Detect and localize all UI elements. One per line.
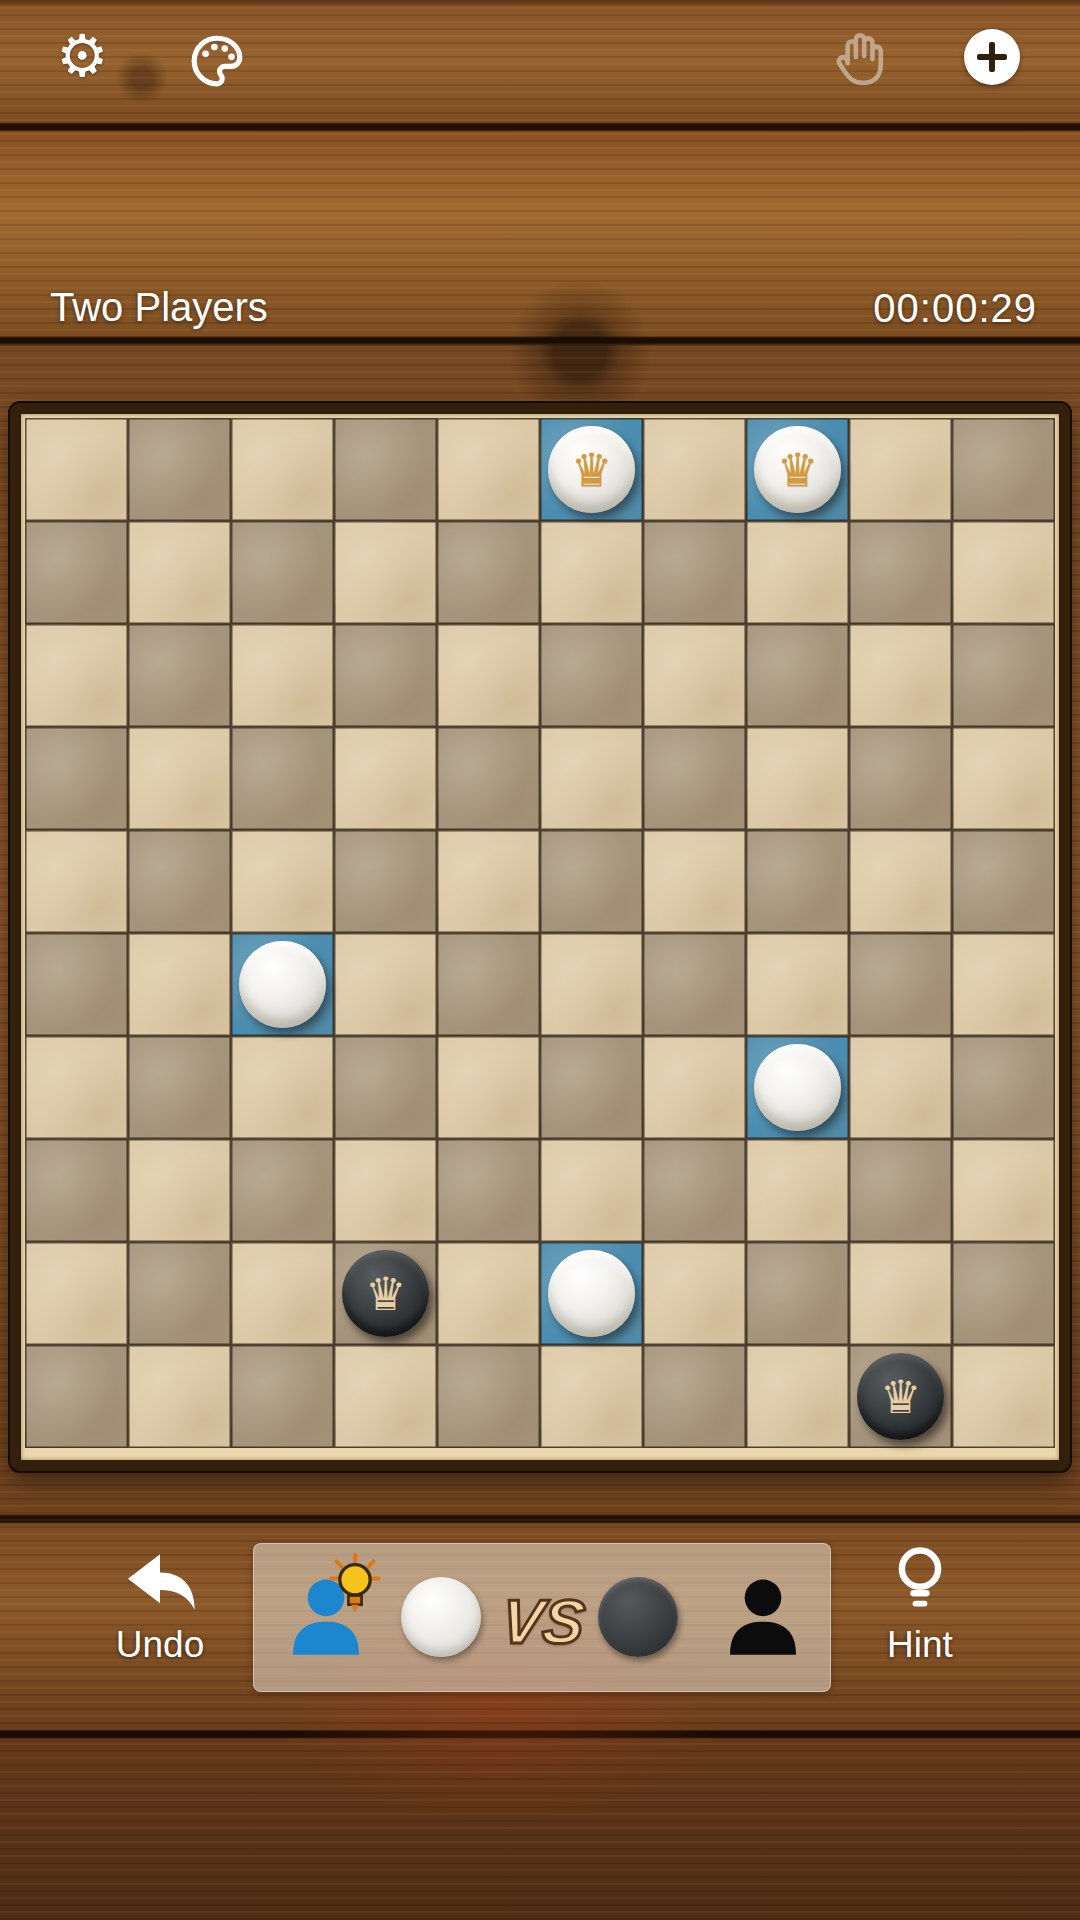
settings-gear-icon[interactable]: ⚙	[56, 26, 108, 86]
white-king-piece[interactable]: ♛	[548, 426, 635, 513]
palette-svg	[188, 32, 246, 90]
square-r6c0[interactable]	[25, 1036, 128, 1139]
square-r8c5[interactable]	[540, 1242, 643, 1345]
square-r7c8[interactable]	[849, 1139, 952, 1242]
wood-table-background: { "game": "checkers", "variant": "intern…	[0, 0, 1080, 1920]
square-r7c6[interactable]	[643, 1139, 746, 1242]
square-r1c9[interactable]	[952, 521, 1055, 624]
king-crown-icon: ♛	[365, 1271, 406, 1317]
square-r4c8[interactable]	[849, 830, 952, 933]
square-r0c3[interactable]	[334, 418, 437, 521]
square-r2c2[interactable]	[231, 624, 334, 727]
square-r3c6[interactable]	[643, 727, 746, 830]
white-man-piece[interactable]	[548, 1250, 635, 1337]
square-r2c0[interactable]	[25, 624, 128, 727]
square-r8c7[interactable]	[746, 1242, 849, 1345]
square-r5c8[interactable]	[849, 933, 952, 1036]
square-r7c9[interactable]	[952, 1139, 1055, 1242]
square-r3c3[interactable]	[334, 727, 437, 830]
square-r1c4[interactable]	[437, 521, 540, 624]
board-grid[interactable]: ♛♛♛♛	[25, 418, 1055, 1448]
square-r0c9[interactable]	[952, 418, 1055, 521]
square-r3c5[interactable]	[540, 727, 643, 830]
square-r9c5[interactable]	[540, 1345, 643, 1448]
square-r9c0[interactable]	[25, 1345, 128, 1448]
square-r2c9[interactable]	[952, 624, 1055, 727]
black-player-person-icon	[719, 1574, 807, 1662]
square-r0c1[interactable]	[128, 418, 231, 521]
square-r1c7[interactable]	[746, 521, 849, 624]
square-r8c6[interactable]	[643, 1242, 746, 1345]
checkers-board-frame: ♛♛♛♛	[10, 403, 1070, 1471]
square-r8c1[interactable]	[128, 1242, 231, 1345]
plus-icon	[989, 42, 995, 72]
square-r6c5[interactable]	[540, 1036, 643, 1139]
square-r4c5[interactable]	[540, 830, 643, 933]
square-r0c4[interactable]	[437, 418, 540, 521]
square-r3c0[interactable]	[25, 727, 128, 830]
square-r8c2[interactable]	[231, 1242, 334, 1345]
square-r1c3[interactable]	[334, 521, 437, 624]
vs-label: VS	[486, 1586, 599, 1657]
square-r9c6[interactable]	[643, 1345, 746, 1448]
hand-icon[interactable]	[830, 28, 888, 86]
square-r6c9[interactable]	[952, 1036, 1055, 1139]
black-king-piece[interactable]: ♛	[342, 1250, 429, 1337]
square-r2c8[interactable]	[849, 624, 952, 727]
square-r3c4[interactable]	[437, 727, 540, 830]
square-r4c0[interactable]	[25, 830, 128, 933]
hand-svg	[830, 28, 888, 86]
square-r3c2[interactable]	[231, 727, 334, 830]
square-r0c0[interactable]	[25, 418, 128, 521]
square-r9c9[interactable]	[952, 1345, 1055, 1448]
square-r7c2[interactable]	[231, 1139, 334, 1242]
square-r9c2[interactable]	[231, 1345, 334, 1448]
square-r3c7[interactable]	[746, 727, 849, 830]
king-crown-icon: ♛	[880, 1374, 921, 1420]
square-r9c8[interactable]: ♛	[849, 1345, 952, 1448]
undo-label: Undo	[116, 1624, 204, 1666]
square-r0c8[interactable]	[849, 418, 952, 521]
white-man-piece[interactable]	[239, 941, 326, 1028]
square-r8c8[interactable]	[849, 1242, 952, 1345]
square-r9c4[interactable]	[437, 1345, 540, 1448]
square-r4c6[interactable]	[643, 830, 746, 933]
square-r5c5[interactable]	[540, 933, 643, 1036]
square-r1c1[interactable]	[128, 521, 231, 624]
hint-button[interactable]: Hint	[848, 1544, 992, 1666]
square-r9c1[interactable]	[128, 1345, 231, 1448]
square-r6c8[interactable]	[849, 1036, 952, 1139]
square-r6c3[interactable]	[334, 1036, 437, 1139]
white-player-disc	[401, 1577, 481, 1657]
square-r7c0[interactable]	[25, 1139, 128, 1242]
square-r9c3[interactable]	[334, 1345, 437, 1448]
square-r4c3[interactable]	[334, 830, 437, 933]
square-r4c2[interactable]	[231, 830, 334, 933]
square-r2c1[interactable]	[128, 624, 231, 727]
square-r6c6[interactable]	[643, 1036, 746, 1139]
square-r2c5[interactable]	[540, 624, 643, 727]
square-r0c7[interactable]: ♛	[746, 418, 849, 521]
game-timer: 00:00:29	[873, 286, 1037, 331]
square-r5c3[interactable]	[334, 933, 437, 1036]
square-r8c9[interactable]	[952, 1242, 1055, 1345]
square-r0c6[interactable]	[643, 418, 746, 521]
hint-label: Hint	[887, 1624, 953, 1666]
square-r7c1[interactable]	[128, 1139, 231, 1242]
square-r2c4[interactable]	[437, 624, 540, 727]
square-r8c0[interactable]	[25, 1242, 128, 1345]
square-r4c7[interactable]	[746, 830, 849, 933]
square-r7c7[interactable]	[746, 1139, 849, 1242]
square-r5c4[interactable]	[437, 933, 540, 1036]
turn-lightbulb-icon	[326, 1552, 384, 1618]
king-crown-icon: ♛	[777, 447, 818, 493]
square-r8c4[interactable]	[437, 1242, 540, 1345]
undo-arrow-icon	[118, 1550, 202, 1614]
square-r6c1[interactable]	[128, 1036, 231, 1139]
new-game-plus-button[interactable]	[964, 29, 1020, 85]
square-r1c6[interactable]	[643, 521, 746, 624]
square-r1c8[interactable]	[849, 521, 952, 624]
square-r1c0[interactable]	[25, 521, 128, 624]
square-r3c9[interactable]	[952, 727, 1055, 830]
square-r3c8[interactable]	[849, 727, 952, 830]
square-r0c2[interactable]	[231, 418, 334, 521]
square-r2c3[interactable]	[334, 624, 437, 727]
square-r1c2[interactable]	[231, 521, 334, 624]
square-r4c4[interactable]	[437, 830, 540, 933]
black-player-disc	[598, 1577, 678, 1657]
square-r5c7[interactable]	[746, 933, 849, 1036]
king-crown-icon: ♛	[571, 447, 612, 493]
square-r8c3[interactable]: ♛	[334, 1242, 437, 1345]
square-r6c4[interactable]	[437, 1036, 540, 1139]
square-r7c3[interactable]	[334, 1139, 437, 1242]
square-r6c7[interactable]	[746, 1036, 849, 1139]
undo-button[interactable]: Undo	[70, 1550, 250, 1666]
square-r3c1[interactable]	[128, 727, 231, 830]
white-man-piece[interactable]	[754, 1044, 841, 1131]
square-r2c6[interactable]	[643, 624, 746, 727]
square-r6c2[interactable]	[231, 1036, 334, 1139]
square-r5c6[interactable]	[643, 933, 746, 1036]
square-r2c7[interactable]	[746, 624, 849, 727]
square-r0c5[interactable]: ♛	[540, 418, 643, 521]
hint-lightbulb-icon	[889, 1544, 951, 1614]
square-r5c0[interactable]	[25, 933, 128, 1036]
square-r5c2[interactable]	[231, 933, 334, 1036]
square-r7c5[interactable]	[540, 1139, 643, 1242]
theme-palette-icon[interactable]	[188, 32, 246, 90]
white-king-piece[interactable]: ♛	[754, 426, 841, 513]
game-mode-label: Two Players	[50, 285, 268, 330]
square-r7c4[interactable]	[437, 1139, 540, 1242]
square-r5c1[interactable]	[128, 933, 231, 1036]
square-r4c1[interactable]	[128, 830, 231, 933]
square-r4c9[interactable]	[952, 830, 1055, 933]
black-king-piece[interactable]: ♛	[857, 1353, 944, 1440]
square-r5c9[interactable]	[952, 933, 1055, 1036]
square-r1c5[interactable]	[540, 521, 643, 624]
square-r9c7[interactable]	[746, 1345, 849, 1448]
